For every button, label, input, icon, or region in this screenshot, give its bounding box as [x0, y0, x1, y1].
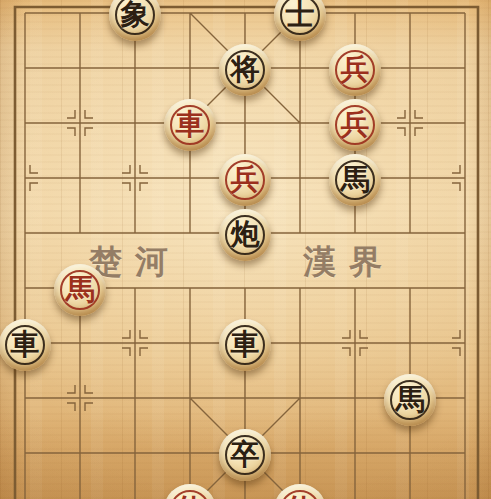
piece-red-advisor-a[interactable]: 仕 [164, 484, 216, 499]
piece-black-soldier[interactable]: 卒 [219, 429, 271, 481]
piece-red-soldier-a[interactable]: 兵 [329, 44, 381, 96]
piece-red-horse[interactable]: 馬 [54, 264, 106, 316]
pieces-layer: 象士将兵車兵兵馬炮馬車車馬卒仕仕 [0, 0, 491, 499]
piece-character: 将 [231, 55, 260, 84]
piece-black-chariot-b[interactable]: 車 [219, 319, 271, 371]
piece-character: 炮 [231, 220, 260, 249]
piece-black-advisor[interactable]: 士 [274, 0, 326, 41]
piece-red-soldier-b[interactable]: 兵 [329, 99, 381, 151]
xiangqi-board: 楚河 漢界 象士将兵車兵兵馬炮馬車車馬卒仕仕 [0, 0, 491, 499]
piece-character: 兵 [341, 110, 370, 139]
piece-character: 車 [231, 330, 260, 359]
piece-character: 仕 [286, 495, 315, 499]
piece-red-chariot[interactable]: 車 [164, 99, 216, 151]
piece-character: 仕 [176, 495, 205, 499]
piece-black-elephant[interactable]: 象 [109, 0, 161, 41]
piece-character: 馬 [396, 385, 425, 414]
piece-red-soldier-c[interactable]: 兵 [219, 154, 271, 206]
piece-character: 卒 [231, 440, 260, 469]
piece-black-cannon[interactable]: 炮 [219, 209, 271, 261]
piece-character: 士 [286, 0, 315, 29]
piece-character: 兵 [341, 55, 370, 84]
piece-character: 馬 [66, 275, 95, 304]
piece-black-horse-b[interactable]: 馬 [384, 374, 436, 426]
piece-character: 車 [11, 330, 40, 359]
piece-black-general[interactable]: 将 [219, 44, 271, 96]
piece-character: 象 [121, 0, 150, 29]
piece-red-advisor-b[interactable]: 仕 [274, 484, 326, 499]
piece-character: 車 [176, 110, 205, 139]
piece-character: 兵 [231, 165, 260, 194]
piece-black-chariot-a[interactable]: 車 [0, 319, 51, 371]
piece-black-horse-a[interactable]: 馬 [329, 154, 381, 206]
piece-character: 馬 [341, 165, 370, 194]
